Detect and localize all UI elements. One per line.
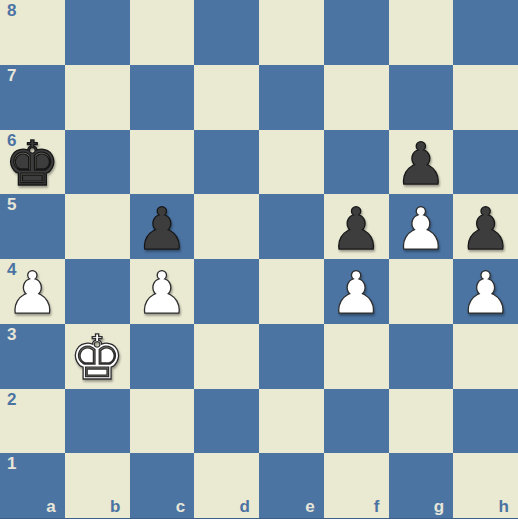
piece-black-pawn[interactable]: ♟ bbox=[460, 200, 512, 258]
piece-white-king[interactable]: ♚ bbox=[69, 327, 125, 389]
square-b1[interactable]: b bbox=[65, 453, 130, 518]
square-a5[interactable]: 5 bbox=[0, 194, 65, 259]
rank-label-7: 7 bbox=[7, 67, 16, 86]
file-label-f: f bbox=[374, 498, 380, 517]
file-label-g: g bbox=[434, 498, 444, 517]
square-h1[interactable]: h bbox=[453, 453, 518, 518]
rank-label-1: 1 bbox=[7, 455, 16, 474]
file-label-h: h bbox=[499, 498, 509, 517]
square-a3[interactable]: 3 bbox=[0, 324, 65, 389]
square-d3[interactable] bbox=[194, 324, 259, 389]
square-h3[interactable] bbox=[453, 324, 518, 389]
square-a7[interactable]: 7 bbox=[0, 65, 65, 130]
square-e3[interactable] bbox=[259, 324, 324, 389]
square-f1[interactable]: f bbox=[324, 453, 389, 518]
piece-white-pawn[interactable]: ♟ bbox=[460, 264, 512, 322]
rank-label-8: 8 bbox=[7, 2, 16, 21]
piece-black-pawn[interactable]: ♟ bbox=[395, 135, 447, 193]
square-h7[interactable] bbox=[453, 65, 518, 130]
square-c8[interactable] bbox=[130, 0, 195, 65]
square-d6[interactable] bbox=[194, 130, 259, 195]
square-c2[interactable] bbox=[130, 389, 195, 454]
square-f8[interactable] bbox=[324, 0, 389, 65]
piece-white-pawn[interactable]: ♟ bbox=[6, 264, 58, 322]
square-g7[interactable] bbox=[389, 65, 454, 130]
square-g6[interactable]: ♟ bbox=[389, 130, 454, 195]
square-c6[interactable] bbox=[130, 130, 195, 195]
file-label-a: a bbox=[46, 498, 55, 517]
square-e7[interactable] bbox=[259, 65, 324, 130]
square-f6[interactable] bbox=[324, 130, 389, 195]
square-c1[interactable]: c bbox=[130, 453, 195, 518]
square-e6[interactable] bbox=[259, 130, 324, 195]
square-b6[interactable] bbox=[65, 130, 130, 195]
chess-board: 876♚♟5♟♟♟♟4♟♟♟♟3♚21abcdefgh bbox=[0, 0, 518, 519]
square-e8[interactable] bbox=[259, 0, 324, 65]
square-b5[interactable] bbox=[65, 194, 130, 259]
piece-black-pawn[interactable]: ♟ bbox=[330, 200, 382, 258]
file-label-d: d bbox=[240, 498, 250, 517]
square-g8[interactable] bbox=[389, 0, 454, 65]
piece-white-pawn[interactable]: ♟ bbox=[136, 264, 188, 322]
piece-white-pawn[interactable]: ♟ bbox=[330, 264, 382, 322]
square-d7[interactable] bbox=[194, 65, 259, 130]
square-g5[interactable]: ♟ bbox=[389, 194, 454, 259]
square-a8[interactable]: 8 bbox=[0, 0, 65, 65]
square-h4[interactable]: ♟ bbox=[453, 259, 518, 324]
square-e2[interactable] bbox=[259, 389, 324, 454]
file-label-b: b bbox=[110, 498, 120, 517]
square-f4[interactable]: ♟ bbox=[324, 259, 389, 324]
square-g1[interactable]: g bbox=[389, 453, 454, 518]
square-f3[interactable] bbox=[324, 324, 389, 389]
square-d8[interactable] bbox=[194, 0, 259, 65]
square-a6[interactable]: 6♚ bbox=[0, 130, 65, 195]
square-h8[interactable] bbox=[453, 0, 518, 65]
square-b4[interactable] bbox=[65, 259, 130, 324]
file-label-c: c bbox=[176, 498, 185, 517]
square-a1[interactable]: 1a bbox=[0, 453, 65, 518]
square-c4[interactable]: ♟ bbox=[130, 259, 195, 324]
square-d5[interactable] bbox=[194, 194, 259, 259]
square-e4[interactable] bbox=[259, 259, 324, 324]
square-f7[interactable] bbox=[324, 65, 389, 130]
square-c5[interactable]: ♟ bbox=[130, 194, 195, 259]
square-c3[interactable] bbox=[130, 324, 195, 389]
rank-label-2: 2 bbox=[7, 391, 16, 410]
square-b2[interactable] bbox=[65, 389, 130, 454]
square-g4[interactable] bbox=[389, 259, 454, 324]
square-f2[interactable] bbox=[324, 389, 389, 454]
rank-label-5: 5 bbox=[7, 196, 16, 215]
square-a4[interactable]: 4♟ bbox=[0, 259, 65, 324]
square-e5[interactable] bbox=[259, 194, 324, 259]
square-h2[interactable] bbox=[453, 389, 518, 454]
piece-black-king[interactable]: ♚ bbox=[5, 133, 61, 195]
square-a2[interactable]: 2 bbox=[0, 389, 65, 454]
piece-white-pawn[interactable]: ♟ bbox=[395, 200, 447, 258]
square-b7[interactable] bbox=[65, 65, 130, 130]
square-g2[interactable] bbox=[389, 389, 454, 454]
square-h6[interactable] bbox=[453, 130, 518, 195]
rank-label-3: 3 bbox=[7, 326, 16, 345]
piece-black-pawn[interactable]: ♟ bbox=[136, 200, 188, 258]
square-b3[interactable]: ♚ bbox=[65, 324, 130, 389]
square-c7[interactable] bbox=[130, 65, 195, 130]
square-d4[interactable] bbox=[194, 259, 259, 324]
square-f5[interactable]: ♟ bbox=[324, 194, 389, 259]
square-e1[interactable]: e bbox=[259, 453, 324, 518]
square-b8[interactable] bbox=[65, 0, 130, 65]
square-d1[interactable]: d bbox=[194, 453, 259, 518]
square-h5[interactable]: ♟ bbox=[453, 194, 518, 259]
file-label-e: e bbox=[305, 498, 314, 517]
square-g3[interactable] bbox=[389, 324, 454, 389]
square-d2[interactable] bbox=[194, 389, 259, 454]
